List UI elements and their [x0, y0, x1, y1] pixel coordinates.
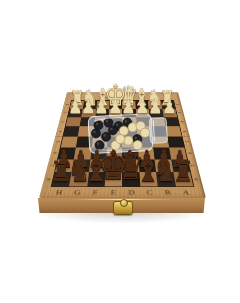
piece-white-pawn-e2: ♟	[107, 98, 123, 117]
piece-white-pawn-c2: ♟	[134, 98, 150, 117]
pieces-layer: ♜♞♝♛♚♝♞♜♟♟♟♟♟♟♟♟♟♟♟♟♟♟♟♟♜♞♝♛♚♝♞♜	[0, 0, 240, 303]
product-photo: HGFEDCBA8877665544332211 ♜♞♝♛♚♝♞♜♟♟♟♟♟♟♟…	[0, 0, 240, 303]
piece-white-pawn-a2: ♟	[161, 98, 177, 117]
piece-black-rook-h8: ♜	[49, 158, 73, 186]
piece-white-pawn-h2: ♟	[67, 98, 83, 117]
